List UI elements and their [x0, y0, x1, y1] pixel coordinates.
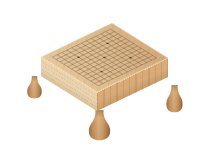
- board-leg-right: [165, 85, 184, 113]
- board-leg-front: [87, 110, 112, 141]
- grid-line: [106, 32, 152, 61]
- turned-leg-shape: [165, 85, 184, 113]
- turned-leg-shape: [87, 110, 112, 141]
- grid-line: [79, 46, 137, 74]
- grid-line: [83, 48, 141, 76]
- board-leg-left: [26, 76, 43, 99]
- grid-line: [91, 39, 137, 68]
- grid-line: [86, 41, 132, 70]
- grid-line: [96, 36, 142, 65]
- turned-leg-shape: [26, 76, 43, 99]
- grid-line: [111, 29, 157, 58]
- grid-line: [101, 34, 147, 63]
- go-board-photo: [0, 0, 216, 156]
